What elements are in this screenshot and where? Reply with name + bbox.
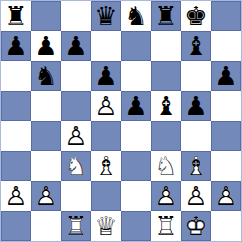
square-g6[interactable] <box>181 61 211 91</box>
square-g4[interactable] <box>181 121 211 151</box>
square-e6[interactable] <box>121 61 151 91</box>
square-a4[interactable] <box>1 121 31 151</box>
square-a5[interactable] <box>1 91 31 121</box>
square-g3[interactable]: ♝♗ <box>181 151 211 181</box>
square-f7[interactable] <box>151 31 181 61</box>
square-e7[interactable] <box>121 31 151 61</box>
square-c4[interactable]: ♟♙ <box>61 121 91 151</box>
square-h3[interactable] <box>211 151 241 181</box>
square-c5[interactable] <box>61 91 91 121</box>
white-queen-piece[interactable]: ♛♕ <box>91 211 121 241</box>
chess-board: ♜♛♞♜♚♟♟♟♝♞♟♟♟♙♟♝♟♟♙♞♘♝♗♞♘♝♗♟♙♟♙♟♙♟♙♟♙♜♖♛… <box>0 0 242 242</box>
white-piece-outline-glyph: ♙ <box>91 91 121 121</box>
square-f8[interactable]: ♜ <box>151 1 181 31</box>
square-g8[interactable]: ♚ <box>181 1 211 31</box>
square-h7[interactable] <box>211 31 241 61</box>
square-d3[interactable]: ♝♗ <box>91 151 121 181</box>
black-rook-piece[interactable]: ♜ <box>151 1 181 31</box>
white-rook-piece[interactable]: ♜♖ <box>61 211 91 241</box>
square-b6[interactable]: ♞ <box>31 61 61 91</box>
square-a3[interactable] <box>1 151 31 181</box>
square-b5[interactable] <box>31 91 61 121</box>
square-e8[interactable]: ♞ <box>121 1 151 31</box>
black-knight-piece[interactable]: ♞ <box>31 61 61 91</box>
white-piece-outline-glyph: ♘ <box>61 151 91 181</box>
white-pawn-piece[interactable]: ♟♙ <box>151 181 181 211</box>
square-a7[interactable]: ♟ <box>1 31 31 61</box>
square-h6[interactable]: ♟ <box>211 61 241 91</box>
square-d5[interactable]: ♟♙ <box>91 91 121 121</box>
white-piece-outline-glyph: ♙ <box>181 181 211 211</box>
black-queen-piece[interactable]: ♛ <box>91 1 121 31</box>
square-b3[interactable] <box>31 151 61 181</box>
white-piece-outline-glyph: ♖ <box>61 211 91 241</box>
square-h1[interactable] <box>211 211 241 241</box>
white-piece-outline-glyph: ♙ <box>151 181 181 211</box>
black-pawn-piece[interactable]: ♟ <box>61 31 91 61</box>
white-rook-piece[interactable]: ♜♖ <box>151 211 181 241</box>
square-a2[interactable]: ♟♙ <box>1 181 31 211</box>
square-f6[interactable] <box>151 61 181 91</box>
square-c7[interactable]: ♟ <box>61 31 91 61</box>
square-g2[interactable]: ♟♙ <box>181 181 211 211</box>
white-piece-outline-glyph: ♗ <box>91 151 121 181</box>
white-king-piece[interactable]: ♚♔ <box>181 211 211 241</box>
white-pawn-piece[interactable]: ♟♙ <box>91 91 121 121</box>
white-piece-outline-glyph: ♗ <box>181 151 211 181</box>
square-e2[interactable] <box>121 181 151 211</box>
black-king-piece[interactable]: ♚ <box>181 1 211 31</box>
square-f2[interactable]: ♟♙ <box>151 181 181 211</box>
black-knight-piece[interactable]: ♞ <box>121 1 151 31</box>
white-pawn-piece[interactable]: ♟♙ <box>31 181 61 211</box>
white-knight-piece[interactable]: ♞♘ <box>61 151 91 181</box>
white-pawn-piece[interactable]: ♟♙ <box>1 181 31 211</box>
square-h8[interactable] <box>211 1 241 31</box>
square-d1[interactable]: ♛♕ <box>91 211 121 241</box>
square-e3[interactable] <box>121 151 151 181</box>
white-piece-outline-glyph: ♙ <box>61 121 91 151</box>
black-pawn-piece[interactable]: ♟ <box>91 61 121 91</box>
black-pawn-piece[interactable]: ♟ <box>121 91 151 121</box>
black-rook-piece[interactable]: ♜ <box>1 1 31 31</box>
white-piece-outline-glyph: ♔ <box>181 211 211 241</box>
square-d8[interactable]: ♛ <box>91 1 121 31</box>
square-c2[interactable] <box>61 181 91 211</box>
black-pawn-piece[interactable]: ♟ <box>181 91 211 121</box>
square-c3[interactable]: ♞♘ <box>61 151 91 181</box>
square-g7[interactable]: ♝ <box>181 31 211 61</box>
square-c6[interactable] <box>61 61 91 91</box>
square-e4[interactable] <box>121 121 151 151</box>
white-piece-outline-glyph: ♙ <box>211 181 241 211</box>
white-piece-outline-glyph: ♙ <box>31 181 61 211</box>
square-b8[interactable] <box>31 1 61 31</box>
white-knight-piece[interactable]: ♞♘ <box>151 151 181 181</box>
white-pawn-piece[interactable]: ♟♙ <box>211 181 241 211</box>
white-bishop-piece[interactable]: ♝♗ <box>91 151 121 181</box>
square-f4[interactable] <box>151 121 181 151</box>
white-piece-outline-glyph: ♖ <box>151 211 181 241</box>
square-f3[interactable]: ♞♘ <box>151 151 181 181</box>
black-pawn-piece[interactable]: ♟ <box>1 31 31 61</box>
square-f1[interactable]: ♜♖ <box>151 211 181 241</box>
white-piece-outline-glyph: ♙ <box>1 181 31 211</box>
square-a1[interactable] <box>1 211 31 241</box>
square-a8[interactable]: ♜ <box>1 1 31 31</box>
white-piece-outline-glyph: ♕ <box>91 211 121 241</box>
square-b2[interactable]: ♟♙ <box>31 181 61 211</box>
square-d6[interactable]: ♟ <box>91 61 121 91</box>
white-bishop-piece[interactable]: ♝♗ <box>181 151 211 181</box>
square-d7[interactable] <box>91 31 121 61</box>
square-e1[interactable] <box>121 211 151 241</box>
square-c8[interactable] <box>61 1 91 31</box>
square-d4[interactable] <box>91 121 121 151</box>
square-f5[interactable]: ♝ <box>151 91 181 121</box>
square-h2[interactable]: ♟♙ <box>211 181 241 211</box>
white-piece-outline-glyph: ♘ <box>151 151 181 181</box>
square-b7[interactable]: ♟ <box>31 31 61 61</box>
square-g5[interactable]: ♟ <box>181 91 211 121</box>
square-a6[interactable] <box>1 61 31 91</box>
black-pawn-piece[interactable]: ♟ <box>31 31 61 61</box>
square-d2[interactable] <box>91 181 121 211</box>
square-g1[interactable]: ♚♔ <box>181 211 211 241</box>
black-pawn-piece[interactable]: ♟ <box>211 61 241 91</box>
white-pawn-piece[interactable]: ♟♙ <box>181 181 211 211</box>
square-b4[interactable] <box>31 121 61 151</box>
square-e5[interactable]: ♟ <box>121 91 151 121</box>
square-b1[interactable] <box>31 211 61 241</box>
white-pawn-piece[interactable]: ♟♙ <box>61 121 91 151</box>
square-h5[interactable] <box>211 91 241 121</box>
square-h4[interactable] <box>211 121 241 151</box>
square-c1[interactable]: ♜♖ <box>61 211 91 241</box>
black-bishop-piece[interactable]: ♝ <box>181 31 211 61</box>
black-bishop-piece[interactable]: ♝ <box>151 91 181 121</box>
